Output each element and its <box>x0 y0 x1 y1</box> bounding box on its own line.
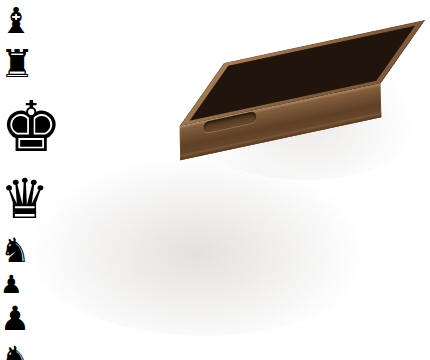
board-ground-shadow <box>18 140 390 336</box>
chess-set-photo: ♝♜♚♛♞♟♟♞♟♛♟♟♝♞♜♚♜ <box>0 0 430 360</box>
bishop-glyph: ♝ <box>0 0 32 41</box>
knight-glyph: ♞ <box>0 338 32 360</box>
rook-glyph: ♜ <box>0 41 35 86</box>
pawn-glyph: ♟ <box>0 270 22 299</box>
king-glyph: ♚ <box>0 86 63 167</box>
chess-piece-black-knight-f3: ♞ <box>0 338 430 360</box>
pawn-glyph: ♟ <box>0 299 30 338</box>
